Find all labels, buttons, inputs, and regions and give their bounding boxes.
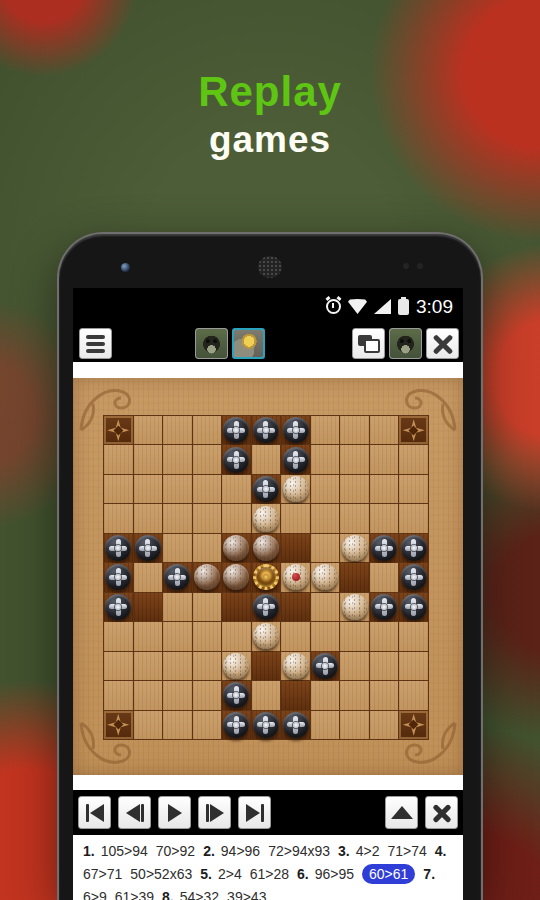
cell-g7[interactable] (281, 534, 310, 562)
attacker-piece[interactable] (105, 564, 131, 590)
cell-g5[interactable] (281, 593, 310, 621)
attacker-piece[interactable] (253, 476, 279, 502)
move-token[interactable]: 2>4 (218, 865, 242, 883)
attacker-piece[interactable] (223, 712, 249, 738)
cell-e3[interactable] (222, 652, 251, 680)
attacker-piece[interactable] (223, 447, 249, 473)
cell-e1[interactable] (222, 711, 251, 739)
cell-b7[interactable] (134, 534, 163, 562)
cell-b8[interactable] (134, 504, 163, 532)
cell-k7[interactable] (399, 534, 428, 562)
cell-f9[interactable] (252, 475, 281, 503)
wifi-icon (348, 299, 367, 314)
cell-d11[interactable] (193, 416, 222, 444)
defender-piece[interactable] (342, 535, 368, 561)
move-number: 3. (338, 842, 350, 860)
board-grid (103, 415, 429, 740)
cell-k6[interactable] (399, 563, 428, 591)
close-x-icon (432, 803, 452, 823)
defender-piece[interactable] (223, 653, 249, 679)
king-piece[interactable] (253, 564, 279, 590)
move-token[interactable]: 61>39 (115, 888, 154, 900)
monkey-avatar-image (196, 329, 227, 358)
cell-c1[interactable] (163, 711, 192, 739)
cell-e11[interactable] (222, 416, 251, 444)
move-number: 6. (297, 865, 309, 883)
attacker-piece[interactable] (223, 417, 249, 443)
attacker-piece[interactable] (371, 535, 397, 561)
cell-h3[interactable] (311, 652, 340, 680)
skip-to-start-button[interactable] (78, 796, 111, 829)
cell-i6[interactable] (340, 563, 369, 591)
promo-headline: Replay games (0, 66, 540, 162)
attacker-piece[interactable] (401, 564, 427, 590)
cell-d6[interactable] (193, 563, 222, 591)
move-number: 1. (83, 842, 95, 860)
cell-i10[interactable] (340, 445, 369, 473)
cell-e7[interactable] (222, 534, 251, 562)
defender-piece-red-marker[interactable] (283, 564, 309, 590)
cell-i1[interactable] (340, 711, 369, 739)
light-sensor (417, 263, 423, 269)
alarm-icon (326, 299, 341, 314)
move-number: 4. (435, 842, 447, 860)
cell-d4[interactable] (193, 622, 222, 650)
cell-g10[interactable] (281, 445, 310, 473)
cell-f1[interactable] (252, 711, 281, 739)
cell-a8[interactable] (104, 504, 133, 532)
attacker-piece[interactable] (283, 712, 309, 738)
move-token[interactable]: 39>43 (227, 888, 266, 900)
cell-h6[interactable] (311, 563, 340, 591)
cell-g2[interactable] (281, 681, 310, 709)
cell-a9[interactable] (104, 475, 133, 503)
cell-f8[interactable] (252, 504, 281, 532)
cell-g1[interactable] (281, 711, 310, 739)
cell-e2[interactable] (222, 681, 251, 709)
attacker-piece[interactable] (283, 417, 309, 443)
move-list: 1.105>9470>922.94>9672>94x933.4>271>744.… (73, 835, 463, 900)
cell-k3[interactable] (399, 652, 428, 680)
phone-mockup: 3:09 (57, 232, 483, 900)
menu-button[interactable] (79, 328, 112, 359)
cell-e10[interactable] (222, 445, 251, 473)
cell-f11[interactable] (252, 416, 281, 444)
attacker-piece[interactable] (164, 564, 190, 590)
move-token[interactable]: 105>94 (101, 842, 148, 860)
cell-j9[interactable] (370, 475, 399, 503)
attacker-piece[interactable] (253, 712, 279, 738)
cell-i5[interactable] (340, 593, 369, 621)
cell-k10[interactable] (399, 445, 428, 473)
cell-j4[interactable] (370, 622, 399, 650)
cell-a2[interactable] (104, 681, 133, 709)
cell-h8[interactable] (311, 504, 340, 532)
move-token[interactable]: 6>9 (83, 888, 107, 900)
current-move[interactable]: 60>61 (362, 864, 415, 884)
attacker-piece[interactable] (371, 594, 397, 620)
cell-a3[interactable] (104, 652, 133, 680)
defender-piece[interactable] (253, 535, 279, 561)
attacker-piece[interactable] (135, 535, 161, 561)
move-number: 8. (162, 888, 174, 900)
cell-j1[interactable] (370, 711, 399, 739)
cell-a10[interactable] (104, 445, 133, 473)
cell-k11[interactable] (399, 416, 428, 444)
cell-h11[interactable] (311, 416, 340, 444)
cell-b10[interactable] (134, 445, 163, 473)
monkey-avatar-image (390, 329, 421, 358)
defender-piece[interactable] (253, 623, 279, 649)
app-screen: 3:09 (73, 288, 463, 900)
cell-c6[interactable] (163, 563, 192, 591)
chat-bubbles-icon (358, 335, 380, 353)
cell-b6[interactable] (134, 563, 163, 591)
attacker-piece[interactable] (253, 417, 279, 443)
cell-k1[interactable] (399, 711, 428, 739)
up-arrow-icon (391, 806, 413, 819)
cell-j6[interactable] (370, 563, 399, 591)
move-number: 5. (200, 865, 212, 883)
promo-background: { "app": { "title_line1": "Replay", "tit… (0, 0, 540, 900)
cell-j3[interactable] (370, 652, 399, 680)
player2-avatar-selected[interactable] (232, 328, 265, 359)
move-token[interactable]: 4>2 (356, 842, 380, 860)
cell-b1[interactable] (134, 711, 163, 739)
cell-f4[interactable] (252, 622, 281, 650)
cell-k8[interactable] (399, 504, 428, 532)
cell-d1[interactable] (193, 711, 222, 739)
clock-time: 3:09 (416, 296, 453, 318)
cell-i8[interactable] (340, 504, 369, 532)
cell-d3[interactable] (193, 652, 222, 680)
defender-piece[interactable] (312, 564, 338, 590)
cell-g11[interactable] (281, 416, 310, 444)
cell-k5[interactable] (399, 593, 428, 621)
cell-a4[interactable] (104, 622, 133, 650)
move-token[interactable]: 94>96 (221, 842, 260, 860)
cell-k4[interactable] (399, 622, 428, 650)
flower-avatar-image (234, 330, 263, 357)
cell-a1[interactable] (104, 711, 133, 739)
move-token[interactable]: 50>52x63 (130, 865, 192, 883)
cell-j7[interactable] (370, 534, 399, 562)
front-camera-icon (121, 263, 130, 272)
move-number: 2. (203, 842, 215, 860)
cell-b3[interactable] (134, 652, 163, 680)
promo-title-replay: Replay (0, 66, 540, 117)
move-token[interactable]: 70>92 (156, 842, 195, 860)
step-back-button[interactable] (118, 796, 151, 829)
defender-piece[interactable] (253, 506, 279, 532)
cell-e8[interactable] (222, 504, 251, 532)
status-bar: 3:09 (73, 288, 463, 325)
chat-button[interactable] (352, 328, 385, 359)
attacker-piece[interactable] (401, 594, 427, 620)
cell-a5[interactable] (104, 593, 133, 621)
defender-piece[interactable] (223, 564, 249, 590)
cell-h9[interactable] (311, 475, 340, 503)
hnefatafl-board (73, 378, 463, 775)
cell-c11[interactable] (163, 416, 192, 444)
cell-f5[interactable] (252, 593, 281, 621)
attacker-piece[interactable] (253, 594, 279, 620)
move-token[interactable]: 61>28 (250, 865, 289, 883)
cellular-signal-icon (374, 299, 391, 314)
battery-icon (398, 299, 409, 315)
cell-i2[interactable] (340, 681, 369, 709)
cell-c8[interactable] (163, 504, 192, 532)
cell-g6[interactable] (281, 563, 310, 591)
cell-c9[interactable] (163, 475, 192, 503)
hamburger-icon (86, 335, 105, 353)
cell-f3[interactable] (252, 652, 281, 680)
move-token[interactable]: 71>74 (387, 842, 426, 860)
cell-i11[interactable] (340, 416, 369, 444)
cell-g9[interactable] (281, 475, 310, 503)
cell-b4[interactable] (134, 622, 163, 650)
cell-e9[interactable] (222, 475, 251, 503)
cell-i3[interactable] (340, 652, 369, 680)
cell-e4[interactable] (222, 622, 251, 650)
cell-b9[interactable] (134, 475, 163, 503)
cell-h7[interactable] (311, 534, 340, 562)
defender-piece[interactable] (342, 594, 368, 620)
attacker-piece[interactable] (401, 535, 427, 561)
defender-piece[interactable] (194, 564, 220, 590)
cell-a6[interactable] (104, 563, 133, 591)
cell-d5[interactable] (193, 593, 222, 621)
cell-b2[interactable] (134, 681, 163, 709)
cell-a11[interactable] (104, 416, 133, 444)
attacker-piece[interactable] (312, 653, 338, 679)
cell-b5[interactable] (134, 593, 163, 621)
earpiece-speaker (258, 256, 282, 278)
cell-k9[interactable] (399, 475, 428, 503)
cell-b11[interactable] (134, 416, 163, 444)
cell-e6[interactable] (222, 563, 251, 591)
app-toolbar (73, 325, 463, 362)
cell-c4[interactable] (163, 622, 192, 650)
cell-h1[interactable] (311, 711, 340, 739)
attacker-piece[interactable] (105, 535, 131, 561)
cell-g3[interactable] (281, 652, 310, 680)
move-number: 7. (423, 865, 435, 883)
cell-e5[interactable] (222, 593, 251, 621)
cell-d7[interactable] (193, 534, 222, 562)
cell-f10[interactable] (252, 445, 281, 473)
cell-c2[interactable] (163, 681, 192, 709)
move-token[interactable]: 67>71 (83, 865, 122, 883)
skip-to-end-button[interactable] (238, 796, 271, 829)
cell-f7[interactable] (252, 534, 281, 562)
proximity-sensor (403, 263, 409, 269)
cell-f6[interactable] (252, 563, 281, 591)
defender-piece[interactable] (283, 653, 309, 679)
move-token[interactable]: 72>94x93 (268, 842, 330, 860)
close-button[interactable] (426, 328, 459, 359)
cell-g8[interactable] (281, 504, 310, 532)
play-button[interactable] (158, 796, 191, 829)
defender-piece[interactable] (223, 535, 249, 561)
cell-a7[interactable] (104, 534, 133, 562)
move-token[interactable]: 96>95 (315, 865, 354, 883)
cell-j10[interactable] (370, 445, 399, 473)
cell-c7[interactable] (163, 534, 192, 562)
cell-c5[interactable] (163, 593, 192, 621)
opponent-avatar[interactable] (389, 328, 422, 359)
cell-c3[interactable] (163, 652, 192, 680)
cell-i9[interactable] (340, 475, 369, 503)
replay-controls (73, 790, 463, 835)
cell-j2[interactable] (370, 681, 399, 709)
cell-h10[interactable] (311, 445, 340, 473)
attacker-piece[interactable] (223, 682, 249, 708)
player1-avatar[interactable] (195, 328, 228, 359)
attacker-piece[interactable] (105, 594, 131, 620)
cell-d8[interactable] (193, 504, 222, 532)
step-forward-button[interactable] (198, 796, 231, 829)
cell-j5[interactable] (370, 593, 399, 621)
cell-h2[interactable] (311, 681, 340, 709)
promo-title-games: games (0, 117, 540, 162)
close-replay-button[interactable] (425, 796, 458, 829)
close-x-icon (432, 333, 454, 355)
move-token[interactable]: 54>32 (180, 888, 219, 900)
cell-c10[interactable] (163, 445, 192, 473)
cell-d10[interactable] (193, 445, 222, 473)
cell-f2[interactable] (252, 681, 281, 709)
cell-h4[interactable] (311, 622, 340, 650)
cell-j8[interactable] (370, 504, 399, 532)
cell-g4[interactable] (281, 622, 310, 650)
cell-d9[interactable] (193, 475, 222, 503)
defender-piece[interactable] (283, 476, 309, 502)
cell-d2[interactable] (193, 681, 222, 709)
attacker-piece[interactable] (283, 447, 309, 473)
cell-k2[interactable] (399, 681, 428, 709)
cell-i4[interactable] (340, 622, 369, 650)
cell-j11[interactable] (370, 416, 399, 444)
collapse-button[interactable] (385, 796, 418, 829)
cell-h5[interactable] (311, 593, 340, 621)
cell-i7[interactable] (340, 534, 369, 562)
